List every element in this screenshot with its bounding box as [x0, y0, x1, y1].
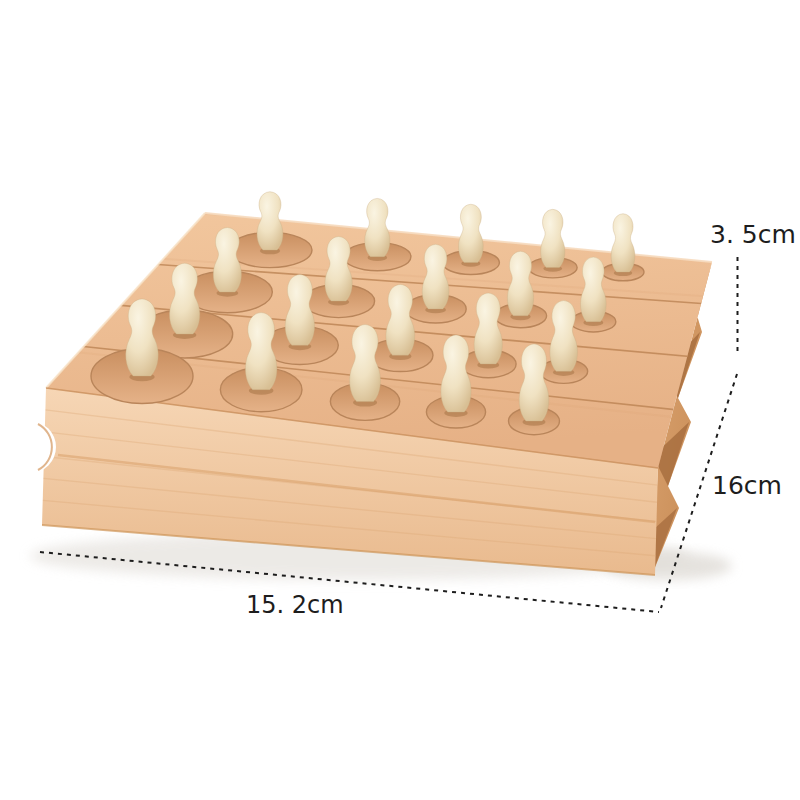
- knobbed-cylinder-r1-c5: [611, 214, 635, 272]
- knobbed-cylinder-r3-c2: [285, 275, 314, 346]
- knobbed-cylinder-r2-c2: [325, 236, 352, 301]
- knobbed-cylinder-r4-c4: [441, 335, 471, 412]
- width-dimension-label: 15. 2cm: [246, 591, 344, 619]
- knobbed-cylinder-r3-c4: [474, 293, 502, 364]
- knobbed-cylinder-r2-c3: [422, 244, 449, 309]
- knobbed-cylinder-r1-c2: [365, 198, 390, 256]
- cylinder-blocks-board: [0, 0, 800, 800]
- height-dimension-label: 3. 5cm: [710, 220, 796, 249]
- left-finger-notch: [4, 421, 56, 473]
- knobbed-cylinder-r4-c3: [350, 325, 381, 402]
- product-photo-scene: 3. 5cm 16cm 15. 2cm: [0, 0, 800, 800]
- knobbed-cylinder-r1-c4: [541, 209, 565, 267]
- knobbed-cylinder-r4-c2: [245, 313, 277, 390]
- knobbed-cylinder-r2-c1: [213, 227, 241, 292]
- knobbed-cylinder-r2-c5: [580, 257, 606, 322]
- knobbed-cylinder-r2-c4: [507, 251, 533, 316]
- knobbed-cylinder-r1-c1: [257, 192, 283, 250]
- knobbed-cylinder-r3-c1: [170, 263, 200, 334]
- depth-dimension-label: 16cm: [712, 471, 782, 500]
- knobbed-cylinder-r3-c3: [386, 284, 415, 355]
- knobbed-cylinder-r1-c3: [458, 204, 483, 262]
- knobbed-cylinder-r3-c5: [550, 301, 578, 372]
- knobbed-cylinder-r4-c1: [126, 299, 158, 376]
- knobbed-cylinder-r4-c5: [519, 344, 549, 421]
